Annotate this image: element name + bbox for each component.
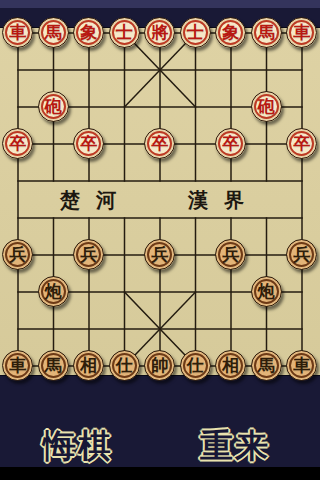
- undo-button[interactable]: 悔棋: [43, 424, 113, 469]
- piece-top-卒[interactable]: 卒: [286, 128, 317, 159]
- piece-layer: 車馬象士將士象馬車砲砲卒卒卒卒卒兵兵兵兵兵炮炮車馬相仕帥仕相馬車: [0, 14, 320, 384]
- piece-top-士[interactable]: 士: [109, 17, 140, 48]
- piece-bottom-兵[interactable]: 兵: [286, 239, 317, 270]
- piece-bottom-炮[interactable]: 炮: [251, 276, 282, 307]
- piece-top-卒[interactable]: 卒: [215, 128, 246, 159]
- piece-top-車[interactable]: 車: [286, 17, 317, 48]
- piece-top-砲[interactable]: 砲: [251, 91, 282, 122]
- piece-bottom-車[interactable]: 車: [2, 350, 33, 381]
- piece-bottom-馬[interactable]: 馬: [251, 350, 282, 381]
- piece-bottom-馬[interactable]: 馬: [38, 350, 69, 381]
- piece-bottom-兵[interactable]: 兵: [73, 239, 104, 270]
- piece-bottom-相[interactable]: 相: [215, 350, 246, 381]
- piece-top-卒[interactable]: 卒: [144, 128, 175, 159]
- piece-top-將[interactable]: 將: [144, 17, 175, 48]
- piece-bottom-仕[interactable]: 仕: [180, 350, 211, 381]
- piece-bottom-仕[interactable]: 仕: [109, 350, 140, 381]
- piece-bottom-帥[interactable]: 帥: [144, 350, 175, 381]
- piece-top-馬[interactable]: 馬: [38, 17, 69, 48]
- top-status-strip: [0, 0, 320, 8]
- piece-top-象[interactable]: 象: [215, 17, 246, 48]
- piece-top-車[interactable]: 車: [2, 17, 33, 48]
- piece-bottom-相[interactable]: 相: [73, 350, 104, 381]
- piece-top-馬[interactable]: 馬: [251, 17, 282, 48]
- bottom-black-strip: [0, 467, 320, 480]
- piece-top-砲[interactable]: 砲: [38, 91, 69, 122]
- piece-top-卒[interactable]: 卒: [73, 128, 104, 159]
- restart-button[interactable]: 重来: [200, 424, 270, 469]
- bottom-controls: 悔棋 重来: [0, 424, 320, 468]
- xiangqi-app-screen: 楚河 漢界 車馬象士將士象馬車砲砲卒卒卒卒卒兵兵兵兵兵炮炮車馬相仕帥仕相馬車 悔…: [0, 0, 320, 480]
- piece-bottom-兵[interactable]: 兵: [144, 239, 175, 270]
- piece-top-卒[interactable]: 卒: [2, 128, 33, 159]
- piece-bottom-炮[interactable]: 炮: [38, 276, 69, 307]
- piece-top-士[interactable]: 士: [180, 17, 211, 48]
- piece-bottom-兵[interactable]: 兵: [215, 239, 246, 270]
- piece-bottom-車[interactable]: 車: [286, 350, 317, 381]
- piece-bottom-兵[interactable]: 兵: [2, 239, 33, 270]
- piece-top-象[interactable]: 象: [73, 17, 104, 48]
